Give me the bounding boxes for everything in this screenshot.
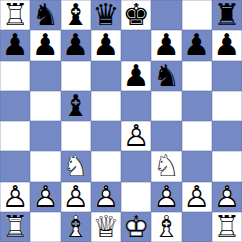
piece-glyph: ♜ [212,0,242,30]
white-rook[interactable]: ♜♖ [0,0,30,30]
white-rook[interactable]: ♜♖ [0,212,30,242]
square-g8[interactable] [182,0,212,30]
white-pawn[interactable]: ♟♙ [121,121,151,151]
piece-outline: ♕ [91,212,121,242]
square-h6[interactable] [212,61,242,91]
piece-glyph: ♛ [91,0,121,30]
square-f7[interactable]: ♟ [151,30,181,60]
square-b5[interactable] [30,91,60,121]
piece-outline: ♖ [0,212,30,242]
square-c2[interactable]: ♟♙ [61,182,91,212]
piece-outline: ♙ [182,182,212,212]
square-f3[interactable]: ♞♘ [151,151,181,181]
square-b3[interactable] [30,151,60,181]
square-b4[interactable] [30,121,60,151]
black-pawn[interactable]: ♟ [121,61,151,91]
white-pawn[interactable]: ♟♙ [91,182,121,212]
square-a3[interactable] [0,151,30,181]
square-b1[interactable] [30,212,60,242]
square-h7[interactable]: ♟ [212,30,242,60]
square-d7[interactable]: ♟ [91,30,121,60]
black-knight[interactable]: ♞ [30,0,60,30]
piece-outline: ♗ [151,212,181,242]
piece-outline: ♙ [30,182,60,212]
white-king[interactable]: ♚♔ [121,212,151,242]
square-a4[interactable] [0,121,30,151]
square-b6[interactable] [30,61,60,91]
square-e8[interactable]: ♚ [121,0,151,30]
square-g6[interactable] [182,61,212,91]
white-knight[interactable]: ♞♘ [61,151,91,181]
square-a6[interactable] [0,61,30,91]
piece-glyph: ♟ [151,30,181,60]
square-h4[interactable] [212,121,242,151]
square-h8[interactable]: ♜ [212,0,242,30]
square-e5[interactable] [121,91,151,121]
piece-glyph: ♚ [121,0,151,30]
white-pawn[interactable]: ♟♙ [151,182,181,212]
black-pawn[interactable]: ♟ [61,30,91,60]
square-a7[interactable]: ♟ [0,30,30,60]
square-h5[interactable] [212,91,242,121]
square-a1[interactable]: ♜♖ [0,212,30,242]
piece-outline: ♔ [121,212,151,242]
piece-outline: ♙ [0,182,30,212]
piece-outline: ♘ [61,151,91,181]
piece-glyph: ♝ [61,91,91,121]
square-f5[interactable] [151,91,181,121]
white-queen[interactable]: ♛♕ [91,212,121,242]
square-d6[interactable] [91,61,121,91]
square-e2[interactable] [121,182,151,212]
piece-outline: ♙ [91,182,121,212]
piece-glyph: ♞ [30,0,60,30]
black-bishop[interactable]: ♝ [61,0,91,30]
piece-outline: ♙ [212,182,242,212]
square-d1[interactable]: ♛♕ [91,212,121,242]
piece-glyph: ♟ [30,30,60,60]
square-d2[interactable]: ♟♙ [91,182,121,212]
square-c3[interactable]: ♞♘ [61,151,91,181]
square-f1[interactable]: ♝♗ [151,212,181,242]
square-g2[interactable]: ♟♙ [182,182,212,212]
white-pawn[interactable]: ♟♙ [182,182,212,212]
black-knight[interactable]: ♞ [151,61,181,91]
piece-outline: ♙ [61,182,91,212]
square-b8[interactable]: ♞ [30,0,60,30]
piece-outline: ♙ [121,121,151,151]
square-a2[interactable]: ♟♙ [0,182,30,212]
piece-glyph: ♟ [61,30,91,60]
piece-glyph: ♝ [61,0,91,30]
piece-outline: ♘ [151,151,181,181]
square-e4[interactable]: ♟♙ [121,121,151,151]
square-g4[interactable] [182,121,212,151]
white-knight[interactable]: ♞♘ [151,151,181,181]
square-c5[interactable]: ♝ [61,91,91,121]
piece-outline: ♖ [0,0,30,30]
chess-board: ♜♖♞♝♛♚♜♟♟♟♟♟♟♟♟♞♝♟♙♞♘♞♘♟♙♟♙♟♙♟♙♟♙♟♙♟♙♜♖♝… [0,0,242,242]
piece-outline: ♙ [151,182,181,212]
black-rook[interactable]: ♜ [212,0,242,30]
white-pawn[interactable]: ♟♙ [212,182,242,212]
square-d5[interactable] [91,91,121,121]
square-e1[interactable]: ♚♔ [121,212,151,242]
black-bishop[interactable]: ♝ [61,91,91,121]
black-pawn[interactable]: ♟ [30,30,60,60]
square-h2[interactable]: ♟♙ [212,182,242,212]
square-h1[interactable]: ♜♖ [212,212,242,242]
black-pawn[interactable]: ♟ [212,30,242,60]
square-b2[interactable]: ♟♙ [30,182,60,212]
square-e7[interactable] [121,30,151,60]
square-d4[interactable] [91,121,121,151]
piece-glyph: ♟ [0,30,30,60]
square-g5[interactable] [182,91,212,121]
piece-glyph: ♟ [212,30,242,60]
black-pawn[interactable]: ♟ [151,30,181,60]
square-d3[interactable] [91,151,121,181]
square-g1[interactable] [182,212,212,242]
black-king[interactable]: ♚ [121,0,151,30]
square-a8[interactable]: ♜♖ [0,0,30,30]
piece-glyph: ♟ [91,30,121,60]
square-f8[interactable] [151,0,181,30]
square-c6[interactable] [61,61,91,91]
black-pawn[interactable]: ♟ [182,30,212,60]
square-g7[interactable]: ♟ [182,30,212,60]
white-pawn[interactable]: ♟♙ [30,182,60,212]
white-pawn[interactable]: ♟♙ [0,182,30,212]
piece-outline: ♗ [61,212,91,242]
piece-glyph: ♞ [151,61,181,91]
square-c8[interactable]: ♝ [61,0,91,30]
square-b7[interactable]: ♟ [30,30,60,60]
square-f6[interactable]: ♞ [151,61,181,91]
piece-outline: ♖ [212,212,242,242]
black-pawn[interactable]: ♟ [0,30,30,60]
square-e3[interactable] [121,151,151,181]
white-rook[interactable]: ♜♖ [212,212,242,242]
square-h3[interactable] [212,151,242,181]
square-c7[interactable]: ♟ [61,30,91,60]
square-g3[interactable] [182,151,212,181]
piece-glyph: ♟ [182,30,212,60]
square-e6[interactable]: ♟ [121,61,151,91]
square-a5[interactable] [0,91,30,121]
square-d8[interactable]: ♛ [91,0,121,30]
black-queen[interactable]: ♛ [91,0,121,30]
white-pawn[interactable]: ♟♙ [61,182,91,212]
black-pawn[interactable]: ♟ [91,30,121,60]
white-bishop[interactable]: ♝♗ [61,212,91,242]
square-c4[interactable] [61,121,91,151]
square-c1[interactable]: ♝♗ [61,212,91,242]
white-bishop[interactable]: ♝♗ [151,212,181,242]
piece-glyph: ♟ [121,61,151,91]
square-f2[interactable]: ♟♙ [151,182,181,212]
square-f4[interactable] [151,121,181,151]
